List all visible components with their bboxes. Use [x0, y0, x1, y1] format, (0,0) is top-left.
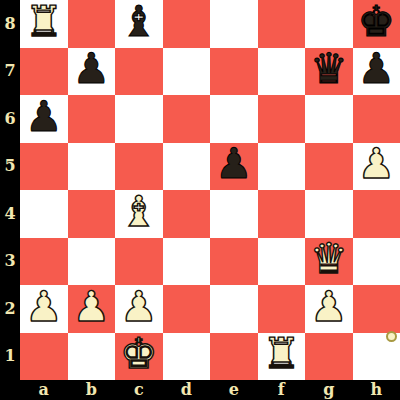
square-h3[interactable]: [353, 238, 400, 286]
square-f1[interactable]: ♜: [258, 333, 306, 381]
square-f4[interactable]: [258, 190, 306, 238]
file-label-c: c: [115, 380, 163, 400]
square-b6[interactable]: [68, 95, 116, 143]
piece-white-rook[interactable]: ♜: [25, 1, 63, 43]
piece-black-pawn[interactable]: ♟: [72, 48, 110, 90]
square-c7[interactable]: [115, 48, 163, 96]
square-a6[interactable]: ♟: [20, 95, 68, 143]
square-c3[interactable]: [115, 238, 163, 286]
file-labels: abcdefgh: [20, 380, 400, 400]
square-f3[interactable]: [258, 238, 306, 286]
square-d8[interactable]: [163, 0, 211, 48]
square-c6[interactable]: [115, 95, 163, 143]
square-c2[interactable]: ♟: [115, 285, 163, 333]
square-d3[interactable]: [163, 238, 211, 286]
square-e3[interactable]: [210, 238, 258, 286]
square-g6[interactable]: [305, 95, 353, 143]
piece-black-queen[interactable]: ♛: [310, 48, 348, 90]
file-label-a: a: [20, 380, 68, 400]
rank-label-6: 6: [0, 95, 20, 143]
square-f8[interactable]: [258, 0, 306, 48]
piece-white-king[interactable]: ♚: [120, 333, 158, 375]
piece-black-bishop[interactable]: ♝: [120, 1, 158, 43]
square-b3[interactable]: [68, 238, 116, 286]
file-label-d: d: [163, 380, 211, 400]
piece-white-pawn[interactable]: ♟: [357, 143, 395, 185]
rank-label-3: 3: [0, 238, 20, 286]
piece-black-pawn[interactable]: ♟: [25, 96, 63, 138]
square-c1[interactable]: ♚: [115, 333, 163, 381]
rank-label-7: 7: [0, 48, 20, 96]
piece-white-pawn[interactable]: ♟: [25, 286, 63, 328]
square-e7[interactable]: [210, 48, 258, 96]
rank-label-2: 2: [0, 285, 20, 333]
chess-board[interactable]: ♜♝♚♟♛♟♟♟♟♝♛♟♟♟♟♚♜: [20, 0, 400, 380]
square-g8[interactable]: [305, 0, 353, 48]
square-d1[interactable]: [163, 333, 211, 381]
chess-puzzle-app: ♜♝♚♟♛♟♟♟♟♝♛♟♟♟♟♚♜ 87654321 abcdefgh: [0, 0, 400, 400]
square-a2[interactable]: ♟: [20, 285, 68, 333]
square-b4[interactable]: [68, 190, 116, 238]
white-to-move-indicator: [386, 331, 397, 342]
square-d6[interactable]: [163, 95, 211, 143]
piece-white-pawn[interactable]: ♟: [310, 286, 348, 328]
square-e1[interactable]: [210, 333, 258, 381]
square-h6[interactable]: [353, 95, 400, 143]
square-h2[interactable]: [353, 285, 400, 333]
square-b2[interactable]: ♟: [68, 285, 116, 333]
square-g1[interactable]: [305, 333, 353, 381]
square-c8[interactable]: ♝: [115, 0, 163, 48]
square-c5[interactable]: [115, 143, 163, 191]
square-h5[interactable]: ♟: [353, 143, 400, 191]
file-label-b: b: [68, 380, 116, 400]
square-d2[interactable]: [163, 285, 211, 333]
file-label-e: e: [210, 380, 258, 400]
square-g3[interactable]: ♛: [305, 238, 353, 286]
square-f2[interactable]: [258, 285, 306, 333]
piece-black-pawn[interactable]: ♟: [215, 143, 253, 185]
square-h4[interactable]: [353, 190, 400, 238]
square-f7[interactable]: [258, 48, 306, 96]
piece-white-pawn[interactable]: ♟: [120, 286, 158, 328]
square-a3[interactable]: [20, 238, 68, 286]
piece-white-bishop[interactable]: ♝: [120, 191, 158, 233]
square-b5[interactable]: [68, 143, 116, 191]
file-label-h: h: [353, 380, 400, 400]
square-e5[interactable]: ♟: [210, 143, 258, 191]
square-a5[interactable]: [20, 143, 68, 191]
rank-label-8: 8: [0, 0, 20, 48]
square-d5[interactable]: [163, 143, 211, 191]
square-a1[interactable]: [20, 333, 68, 381]
piece-white-rook[interactable]: ♜: [262, 333, 300, 375]
square-b1[interactable]: [68, 333, 116, 381]
square-e6[interactable]: [210, 95, 258, 143]
piece-black-king[interactable]: ♚: [357, 1, 395, 43]
piece-black-pawn[interactable]: ♟: [357, 48, 395, 90]
square-f6[interactable]: [258, 95, 306, 143]
square-f5[interactable]: [258, 143, 306, 191]
square-g2[interactable]: ♟: [305, 285, 353, 333]
square-a4[interactable]: [20, 190, 68, 238]
square-g7[interactable]: ♛: [305, 48, 353, 96]
square-e8[interactable]: [210, 0, 258, 48]
rank-label-5: 5: [0, 143, 20, 191]
piece-white-queen[interactable]: ♛: [310, 238, 348, 280]
square-a7[interactable]: [20, 48, 68, 96]
square-a8[interactable]: ♜: [20, 0, 68, 48]
square-g5[interactable]: [305, 143, 353, 191]
square-d7[interactable]: [163, 48, 211, 96]
square-e4[interactable]: [210, 190, 258, 238]
rank-labels: 87654321: [0, 0, 20, 380]
square-c4[interactable]: ♝: [115, 190, 163, 238]
square-d4[interactable]: [163, 190, 211, 238]
piece-white-pawn[interactable]: ♟: [72, 286, 110, 328]
square-g4[interactable]: [305, 190, 353, 238]
square-b8[interactable]: [68, 0, 116, 48]
file-label-f: f: [258, 380, 306, 400]
square-b7[interactable]: ♟: [68, 48, 116, 96]
file-label-g: g: [305, 380, 353, 400]
rank-label-1: 1: [0, 333, 20, 381]
rank-label-4: 4: [0, 190, 20, 238]
square-h8[interactable]: ♚: [353, 0, 400, 48]
square-e2[interactable]: [210, 285, 258, 333]
square-h7[interactable]: ♟: [353, 48, 400, 96]
